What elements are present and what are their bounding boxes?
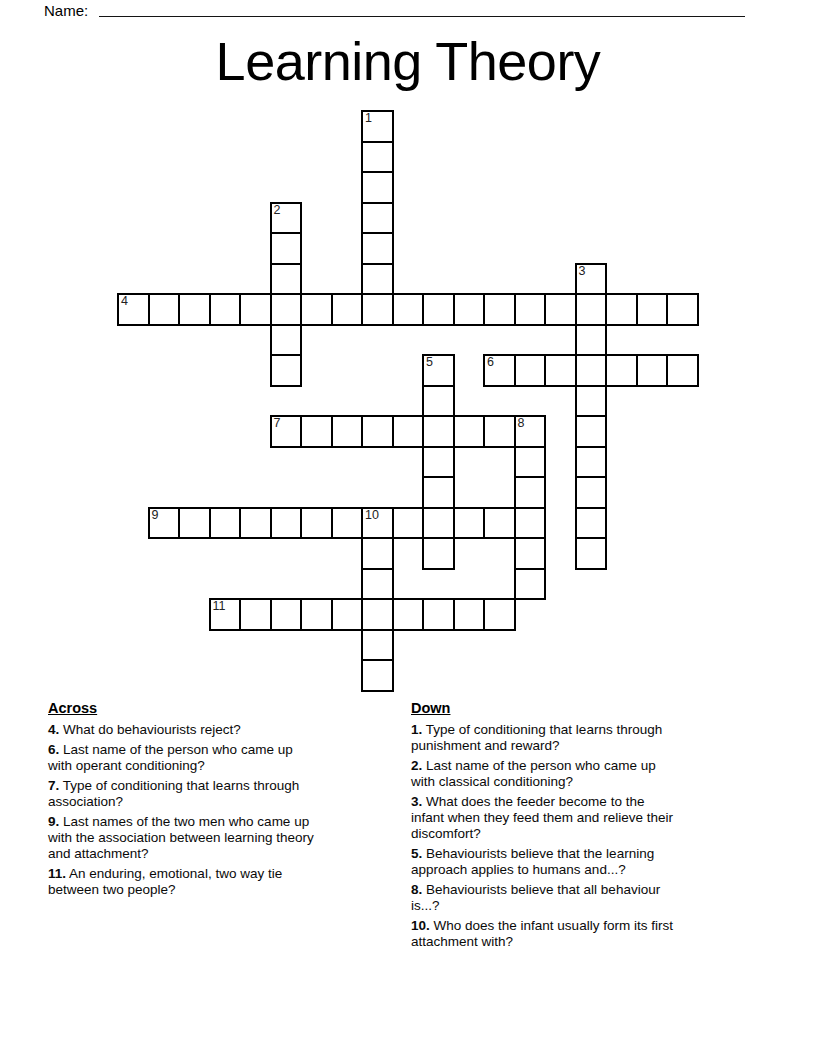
grid-cell[interactable] xyxy=(422,507,455,540)
grid-cell[interactable] xyxy=(575,415,608,448)
grid-cell[interactable] xyxy=(392,415,425,448)
clue-number-label: 1. xyxy=(411,722,422,737)
across-heading: Across xyxy=(48,700,406,717)
grid-cell[interactable] xyxy=(666,354,699,387)
grid-cell[interactable] xyxy=(300,507,333,540)
grid-cell[interactable] xyxy=(575,293,608,326)
across-clue-list: 4. What do behaviourists reject?6. Last … xyxy=(48,722,406,898)
grid-cell[interactable] xyxy=(453,598,486,631)
grid-cell[interactable]: 6 xyxy=(483,354,516,387)
grid-cell[interactable] xyxy=(575,446,608,479)
grid-cell[interactable] xyxy=(514,446,547,479)
grid-cell[interactable] xyxy=(514,507,547,540)
grid-cell[interactable] xyxy=(422,537,455,570)
grid-cell[interactable]: 4 xyxy=(117,293,150,326)
grid-cell[interactable]: 2 xyxy=(270,202,303,235)
clue-down-1: 1. Type of conditioning that learns thro… xyxy=(411,722,779,754)
across-clues-section: Across 4. What do behaviourists reject?6… xyxy=(48,700,406,902)
grid-cell[interactable] xyxy=(331,293,364,326)
grid-cell[interactable] xyxy=(392,598,425,631)
grid-cell[interactable]: 11 xyxy=(209,598,242,631)
grid-cell[interactable] xyxy=(239,293,272,326)
grid-cell[interactable] xyxy=(514,568,547,601)
clue-number-label: 5. xyxy=(411,846,422,861)
clue-down-2: 2. Last name of the person who came upwi… xyxy=(411,758,779,790)
grid-cell[interactable] xyxy=(209,507,242,540)
clue-number-label: 9. xyxy=(48,814,59,829)
grid-cell[interactable] xyxy=(453,507,486,540)
grid-cell[interactable] xyxy=(361,629,394,662)
grid-cell[interactable] xyxy=(331,415,364,448)
clue-across-9: 9. Last names of the two men who came up… xyxy=(48,814,406,862)
crossword-grid: 1234567891011 xyxy=(117,110,699,692)
grid-cell[interactable] xyxy=(422,476,455,509)
clue-across-6: 6. Last name of the person who came upwi… xyxy=(48,742,406,774)
grid-cell[interactable] xyxy=(422,293,455,326)
grid-cell[interactable] xyxy=(422,415,455,448)
grid-cell[interactable] xyxy=(575,537,608,570)
grid-cell[interactable] xyxy=(575,354,608,387)
clue-number-label: 3. xyxy=(411,794,422,809)
name-label: Name: xyxy=(44,2,88,20)
clue-number-label: 11. xyxy=(48,866,66,881)
grid-cell[interactable]: 9 xyxy=(148,507,181,540)
worksheet-page: Name: Learning Theory 1234567891011 Acro… xyxy=(0,0,816,1056)
grid-cell[interactable] xyxy=(361,141,394,174)
grid-cell[interactable] xyxy=(483,507,516,540)
grid-cell[interactable] xyxy=(575,324,608,357)
clue-number: 11 xyxy=(213,600,226,613)
clue-number: 5 xyxy=(426,356,433,369)
clue-number: 9 xyxy=(152,509,159,522)
grid-cell[interactable] xyxy=(270,232,303,265)
grid-cell[interactable] xyxy=(636,293,669,326)
grid-cell[interactable] xyxy=(361,263,394,296)
grid-cell[interactable] xyxy=(270,293,303,326)
grid-cell[interactable] xyxy=(575,476,608,509)
grid-cell[interactable] xyxy=(361,659,394,692)
clue-number: 10 xyxy=(365,509,379,522)
grid-cell[interactable] xyxy=(178,293,211,326)
grid-cell[interactable] xyxy=(300,293,333,326)
clue-down-3: 3. What does the feeder become to theinf… xyxy=(411,794,779,842)
grid-cell[interactable] xyxy=(575,385,608,418)
grid-cell[interactable] xyxy=(361,568,394,601)
grid-cell[interactable]: 10 xyxy=(361,507,394,540)
grid-cell[interactable] xyxy=(331,507,364,540)
grid-cell[interactable] xyxy=(483,415,516,448)
grid-cell[interactable] xyxy=(178,507,211,540)
clue-number-label: 2. xyxy=(411,758,422,773)
grid-cell[interactable] xyxy=(361,202,394,235)
grid-cell[interactable] xyxy=(422,385,455,418)
grid-cell[interactable] xyxy=(270,324,303,357)
grid-cell[interactable] xyxy=(636,354,669,387)
grid-cell[interactable] xyxy=(544,293,577,326)
grid-cell[interactable] xyxy=(361,537,394,570)
clue-number: 8 xyxy=(518,417,525,430)
clue-number-label: 4. xyxy=(48,722,59,737)
clue-number: 3 xyxy=(579,265,586,278)
grid-cell[interactable] xyxy=(300,598,333,631)
grid-cell[interactable] xyxy=(331,598,364,631)
grid-cell[interactable] xyxy=(514,537,547,570)
grid-cell[interactable] xyxy=(300,415,333,448)
grid-cell[interactable] xyxy=(148,293,181,326)
clue-down-8: 8. Behaviourists believe that all behavi… xyxy=(411,882,779,914)
clue-number: 6 xyxy=(487,356,494,369)
grid-cell[interactable] xyxy=(514,354,547,387)
clue-number-label: 7. xyxy=(48,778,59,793)
clue-number-label: 6. xyxy=(48,742,59,757)
clue-number-label: 8. xyxy=(411,882,422,897)
grid-cell[interactable]: 8 xyxy=(514,415,547,448)
down-clue-list: 1. Type of conditioning that learns thro… xyxy=(411,722,779,950)
grid-cell[interactable] xyxy=(605,354,638,387)
grid-cell[interactable] xyxy=(422,446,455,479)
grid-cell[interactable] xyxy=(544,354,577,387)
grid-cell[interactable] xyxy=(392,507,425,540)
grid-cell[interactable] xyxy=(209,293,242,326)
clue-down-10: 10. Who does the infant usually form its… xyxy=(411,918,779,950)
grid-cell[interactable]: 3 xyxy=(575,263,608,296)
clue-down-5: 5. Behaviourists believe that the learni… xyxy=(411,846,779,878)
grid-cell[interactable] xyxy=(514,293,547,326)
grid-cell[interactable] xyxy=(361,598,394,631)
grid-cell[interactable] xyxy=(666,293,699,326)
grid-cell[interactable] xyxy=(270,354,303,387)
grid-cell[interactable] xyxy=(239,507,272,540)
clue-number-label: 10. xyxy=(411,918,430,933)
grid-cell[interactable] xyxy=(270,598,303,631)
clue-number: 2 xyxy=(274,204,281,217)
grid-cell[interactable]: 7 xyxy=(270,415,303,448)
grid-cell[interactable] xyxy=(361,293,394,326)
grid-cell[interactable] xyxy=(483,598,516,631)
grid-cell[interactable] xyxy=(392,293,425,326)
grid-cell[interactable] xyxy=(361,415,394,448)
grid-cell[interactable] xyxy=(361,232,394,265)
grid-cell[interactable] xyxy=(270,507,303,540)
grid-cell[interactable] xyxy=(270,263,303,296)
name-blank-line xyxy=(99,0,745,17)
grid-cell[interactable] xyxy=(483,293,516,326)
clue-number: 7 xyxy=(274,417,281,430)
clue-number: 1 xyxy=(365,112,372,125)
grid-cell[interactable] xyxy=(422,598,455,631)
page-title: Learning Theory xyxy=(0,31,816,91)
clue-across-7: 7. Type of conditioning that learns thro… xyxy=(48,778,406,810)
clue-number: 4 xyxy=(121,295,128,308)
down-clues-section: Down 1. Type of conditioning that learns… xyxy=(411,700,779,954)
grid-cell[interactable] xyxy=(605,293,638,326)
grid-cell[interactable] xyxy=(514,476,547,509)
down-heading: Down xyxy=(411,700,779,717)
grid-cell[interactable]: 5 xyxy=(422,354,455,387)
grid-cell[interactable] xyxy=(239,598,272,631)
grid-cell[interactable] xyxy=(361,171,394,204)
clue-across-11: 11. An enduring, emotional, two way tieb… xyxy=(48,866,406,898)
grid-cell[interactable] xyxy=(575,507,608,540)
grid-cell[interactable]: 1 xyxy=(361,110,394,143)
grid-cell[interactable] xyxy=(453,293,486,326)
clue-across-4: 4. What do behaviourists reject? xyxy=(48,722,406,738)
grid-cell[interactable] xyxy=(453,415,486,448)
